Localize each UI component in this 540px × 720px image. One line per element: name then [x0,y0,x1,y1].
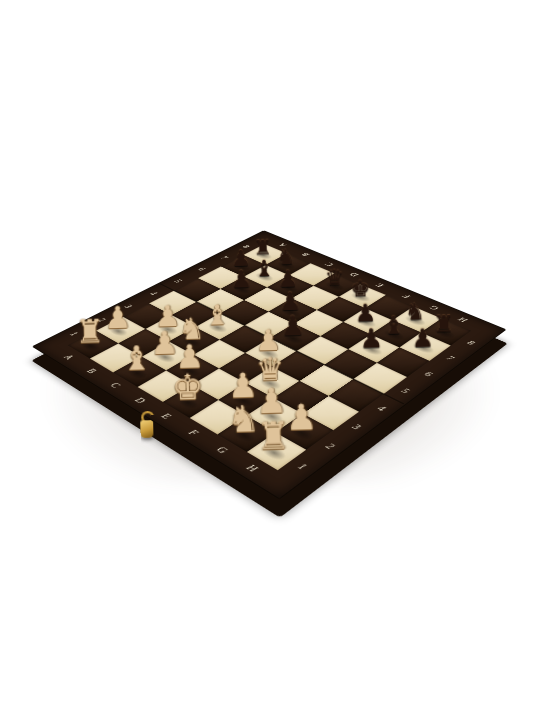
black-pawn-icon: ♟ [221,267,262,292]
white-rook-icon: ♜ [68,315,113,348]
white-rook-icon: ♜ [247,417,300,456]
clasp-body-icon [140,420,153,438]
product-photo: ABCDEFGH8♜♞♛♚♞♜87♟♝♟♟♝♟76♟♟♟65♟54♝♟43♟♞♛… [0,0,540,720]
black-pawn-icon: ♟ [349,325,395,352]
white-bishop-icon: ♝ [113,341,160,376]
black-pawn-icon: ♟ [400,324,446,350]
square-g6[interactable]: ♟ [348,334,399,362]
black-king-icon: ♚ [340,277,382,300]
white-king-icon: ♚ [163,369,212,405]
